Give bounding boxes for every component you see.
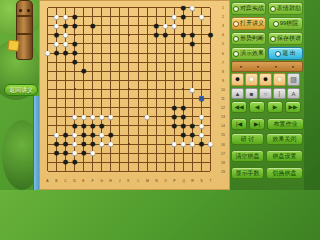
emoji-encourage-button[interactable]: 表情鼓励 [268,2,303,15]
board-cell[interactable] [115,167,124,176]
board-cell[interactable] [124,49,133,58]
board-cell[interactable] [124,103,133,112]
board-cell[interactable] [124,149,133,158]
board-cell[interactable] [70,76,79,85]
board-cell[interactable] [143,130,152,139]
board-cell[interactable] [79,76,88,85]
effect-off-button[interactable]: 效果关闭 [266,133,303,145]
seminar-button[interactable]: 研 讨 [231,133,264,145]
open-lecture-button[interactable]: 打开讲义 [231,17,266,30]
board-cell[interactable] [124,94,133,103]
board-cell[interactable] [52,85,61,94]
board-cell[interactable] [97,58,106,67]
board-cell[interactable] [206,103,215,112]
board-cell[interactable] [170,158,179,167]
board-cell[interactable] [134,67,143,76]
board-cell[interactable] [106,3,115,12]
tool-letter-button[interactable]: A [287,88,300,99]
board-cell[interactable] [143,12,152,21]
board-cell[interactable] [88,67,97,76]
board-cell[interactable] [43,12,52,21]
tray-white-stone-alt-button[interactable]: ● [273,73,286,86]
board-cell[interactable]: ● [79,67,88,76]
board-cell[interactable] [179,67,188,76]
board-cell[interactable] [206,49,215,58]
board-cell[interactable] [197,76,206,85]
board-cell[interactable] [79,158,88,167]
board-cell[interactable]: ● [152,30,161,39]
board-cell[interactable] [188,158,197,167]
board-cell[interactable] [188,67,197,76]
board-cell[interactable] [152,49,161,58]
board-cell[interactable] [43,67,52,76]
board-cell[interactable] [152,149,161,158]
board-cell[interactable] [106,12,115,21]
board-cell[interactable] [106,94,115,103]
tray-black-stone-button[interactable]: ● [231,73,244,86]
board-cell[interactable] [43,94,52,103]
board-cell[interactable] [79,49,88,58]
board-cell[interactable] [52,76,61,85]
board-cell[interactable] [170,30,179,39]
board-cell[interactable] [106,76,115,85]
board-cell[interactable] [97,85,106,94]
board-cell[interactable] [115,121,124,130]
board-cell[interactable] [115,94,124,103]
board-cell[interactable] [152,103,161,112]
board-cell[interactable] [52,58,61,67]
board-cell[interactable] [134,3,143,12]
board-cell[interactable] [88,30,97,39]
board-cell[interactable] [161,85,170,94]
board-cell[interactable] [43,149,52,158]
board-cell[interactable] [115,158,124,167]
board-cell[interactable] [152,85,161,94]
board-cell[interactable] [161,58,170,67]
board-cell[interactable] [170,76,179,85]
board-cell[interactable] [179,49,188,58]
board-cell[interactable]: ● [179,140,188,149]
board-cell[interactable] [188,149,197,158]
board-cell[interactable] [188,58,197,67]
board-cell[interactable] [52,167,61,176]
board-cell[interactable] [97,49,106,58]
board-cell[interactable]: ● [61,49,70,58]
board-cell[interactable]: ● [61,158,70,167]
board-cell[interactable]: ● [188,39,197,48]
board-cell[interactable] [124,85,133,94]
board-cell[interactable] [70,94,79,103]
nav-fast-forward-button[interactable]: ▶▶ [285,101,301,113]
board-cell[interactable] [152,140,161,149]
board-cell[interactable] [88,158,97,167]
board-cell[interactable] [197,158,206,167]
board-cell[interactable] [170,149,179,158]
tool-line-button[interactable]: 〡 [273,88,286,99]
board-cell[interactable] [88,85,97,94]
board-cell[interactable] [106,30,115,39]
board-cell[interactable]: ● [197,94,206,103]
nav-first-button[interactable]: |◀ [231,118,247,130]
board-cell[interactable] [43,3,52,12]
board-cell[interactable] [106,58,115,67]
board-cell[interactable] [61,112,70,121]
board-cell[interactable]: ● [88,149,97,158]
board-cell[interactable]: ● [70,58,79,67]
board-cell[interactable] [115,12,124,21]
board-cell[interactable] [206,85,215,94]
board-cell[interactable]: ● [52,49,61,58]
board-cell[interactable] [124,112,133,121]
switch-board-button[interactable]: 切换棋盘 [266,167,303,179]
clear-board-button[interactable]: 清空棋盘 [231,150,264,162]
board-cell[interactable] [52,103,61,112]
board-cell[interactable] [197,21,206,30]
board-cell[interactable]: ● [106,112,115,121]
board-cell[interactable] [97,12,106,21]
board-cell[interactable] [170,167,179,176]
board-cell[interactable] [79,39,88,48]
board-cell[interactable] [134,112,143,121]
board-cell[interactable] [79,30,88,39]
board-cell[interactable] [124,130,133,139]
board-cell[interactable] [52,67,61,76]
board-cell[interactable] [115,49,124,58]
board-cell[interactable] [106,158,115,167]
board-cell[interactable] [134,103,143,112]
board-cell[interactable] [70,167,79,176]
board-cell[interactable]: ● [170,21,179,30]
board-cell[interactable] [79,12,88,21]
board-cell[interactable] [43,121,52,130]
board-cell[interactable] [88,94,97,103]
board-cell[interactable] [206,39,215,48]
board-cell[interactable] [106,39,115,48]
board-cell[interactable] [43,167,52,176]
board-cell[interactable] [179,149,188,158]
board-cell[interactable] [115,39,124,48]
board-cell[interactable] [161,103,170,112]
board-cell[interactable] [152,112,161,121]
board-cell[interactable] [115,149,124,158]
board-cell[interactable] [115,3,124,12]
board-cell[interactable] [143,121,152,130]
board-cell[interactable] [88,39,97,48]
board-cell[interactable] [115,130,124,139]
board-cell[interactable] [43,158,52,167]
board-cell[interactable] [179,58,188,67]
board-cell[interactable] [143,3,152,12]
board-cell[interactable] [134,58,143,67]
board-cell[interactable] [152,67,161,76]
board-cell[interactable] [188,167,197,176]
board-cell[interactable]: ● [170,121,179,130]
board-cell[interactable] [134,39,143,48]
board-cell[interactable] [124,39,133,48]
board-cell[interactable] [161,49,170,58]
assign-homework-button[interactable]: 布置作业 [267,118,304,130]
board-grid[interactable]: ●●●●●●●●●●●●●●●●●●●●●●●●●●●●●●●●●●●●●●●●… [43,3,215,176]
board-cell[interactable] [70,85,79,94]
board-cell[interactable] [124,30,133,39]
board-cell[interactable] [124,167,133,176]
board-cell[interactable] [206,3,215,12]
board-cell[interactable] [170,49,179,58]
board-cell[interactable] [43,103,52,112]
board-cell[interactable]: ● [106,140,115,149]
board-cell[interactable] [179,39,188,48]
board-cell[interactable]: ● [52,149,61,158]
board-cell[interactable] [170,39,179,48]
board-cell[interactable] [79,3,88,12]
board-cell[interactable] [143,158,152,167]
board-cell[interactable] [43,85,52,94]
board-cell[interactable] [152,158,161,167]
board-cell[interactable] [179,85,188,94]
board-cell[interactable] [134,140,143,149]
board-cell[interactable]: ● [79,149,88,158]
board-cell[interactable] [197,67,206,76]
board-cell[interactable] [161,130,170,139]
board-cell[interactable] [43,21,52,30]
board-cell[interactable] [61,67,70,76]
board-cell[interactable] [161,67,170,76]
board-cell[interactable] [115,30,124,39]
board-cell[interactable] [88,76,97,85]
board-cell[interactable] [115,112,124,121]
board-cell[interactable] [88,167,97,176]
board-cell[interactable] [115,58,124,67]
save-kifu-button[interactable]: 保存棋谱 [268,32,303,45]
board-cell[interactable] [143,21,152,30]
board-cell[interactable] [143,58,152,67]
nav-fast-back-button[interactable]: ◀◀ [231,101,247,113]
board-cell[interactable] [134,21,143,30]
board-cell[interactable] [61,103,70,112]
board-cell[interactable] [143,94,152,103]
back-to-lecture-button[interactable]: 返回讲义 [4,84,38,96]
board-cell[interactable] [115,140,124,149]
eraser-button[interactable]: ▨ [287,73,300,86]
board-cell[interactable] [206,67,215,76]
board-cell[interactable] [97,94,106,103]
board-cell[interactable] [206,94,215,103]
board-cell[interactable] [124,121,133,130]
board-cell[interactable] [143,76,152,85]
board-cell[interactable] [152,39,161,48]
exit-button[interactable]: 退 出 [268,47,303,60]
board-cell[interactable] [161,76,170,85]
board-cell[interactable] [43,112,52,121]
board-cell[interactable] [97,30,106,39]
board-cell[interactable]: ● [70,21,79,30]
board-cell[interactable] [88,3,97,12]
board-cell[interactable] [124,140,133,149]
board-cell[interactable] [134,30,143,39]
board-cell[interactable] [161,39,170,48]
board-cell[interactable] [134,85,143,94]
board-cell[interactable] [124,21,133,30]
board-cell[interactable] [179,158,188,167]
board-cell[interactable] [143,67,152,76]
board-cell[interactable] [188,103,197,112]
board-cell[interactable] [152,3,161,12]
board-cell[interactable] [206,149,215,158]
board-cell[interactable] [197,167,206,176]
board-cell[interactable] [61,58,70,67]
board-cell[interactable] [106,149,115,158]
board-cell[interactable]: ● [188,3,197,12]
board-cell[interactable]: ● [197,12,206,21]
board-cell[interactable] [134,158,143,167]
board-cell[interactable] [143,167,152,176]
tool-square-button[interactable]: ■ [245,88,258,99]
nav-back-button[interactable]: ◀ [249,101,265,113]
board-cell[interactable] [152,130,161,139]
board-cell[interactable] [97,149,106,158]
board-cell[interactable] [115,76,124,85]
live-game-button[interactable]: 对弈实战 [231,2,266,15]
board-cell[interactable] [134,167,143,176]
board-cell[interactable] [134,94,143,103]
board-cell[interactable] [52,112,61,121]
board-cell[interactable] [161,167,170,176]
board-cell[interactable] [106,85,115,94]
board-cell[interactable] [61,76,70,85]
board-cell[interactable] [134,130,143,139]
board-cell[interactable] [43,58,52,67]
board-cell[interactable]: ● [97,140,106,149]
board-cell[interactable] [206,76,215,85]
board-cell[interactable] [161,121,170,130]
board-cell[interactable] [43,130,52,139]
demo-effect-button[interactable]: 演示效果 [231,47,266,60]
academy-99-button[interactable]: 99棋院 [268,17,303,30]
board-settings-button[interactable]: 棋盘设置 [266,150,303,162]
board-cell[interactable] [188,94,197,103]
board-cell[interactable] [115,67,124,76]
board-cell[interactable] [197,149,206,158]
board-cell[interactable] [43,76,52,85]
board-cell[interactable] [152,167,161,176]
board-cell[interactable] [152,58,161,67]
board-cell[interactable] [188,49,197,58]
nav-forward-button[interactable]: ▶ [267,101,283,113]
board-cell[interactable] [134,121,143,130]
board-cell[interactable]: ● [88,21,97,30]
board-cell[interactable] [79,94,88,103]
board-cell[interactable] [106,49,115,58]
board-cell[interactable] [206,158,215,167]
board-cell[interactable] [70,67,79,76]
board-cell[interactable] [52,158,61,167]
board-cell[interactable] [152,94,161,103]
board-cell[interactable] [79,85,88,94]
tray-black-stone-alt-button[interactable]: ● [259,73,272,86]
board-cell[interactable] [88,49,97,58]
board-cell[interactable] [197,49,206,58]
board-cell[interactable] [134,149,143,158]
board-cell[interactable]: ● [70,158,79,167]
board-cell[interactable] [206,112,215,121]
board-cell[interactable] [161,158,170,167]
board-cell[interactable] [161,140,170,149]
board-cell[interactable] [134,12,143,21]
show-move-numbers-button[interactable]: 显示手数 [231,167,264,179]
board-cell[interactable] [97,76,106,85]
board-cell[interactable] [88,58,97,67]
board-cell[interactable] [143,149,152,158]
board-cell[interactable] [170,58,179,67]
board-cell[interactable] [206,12,215,21]
board-cell[interactable] [152,121,161,130]
board-cell[interactable]: ● [143,112,152,121]
board-cell[interactable] [206,58,215,67]
board-cell[interactable]: ● [206,140,215,149]
position-judge-button[interactable]: 形势判断 [231,32,266,45]
board-cell[interactable] [43,140,52,149]
board-cell[interactable] [152,76,161,85]
move-slider[interactable] [231,61,303,72]
board-cell[interactable] [97,3,106,12]
board-cell[interactable] [115,21,124,30]
board-cell[interactable] [106,167,115,176]
board-cell[interactable] [143,85,152,94]
board-cell[interactable] [115,103,124,112]
board-cell[interactable] [115,85,124,94]
board-cell[interactable] [134,49,143,58]
board-cell[interactable] [206,167,215,176]
board-cell[interactable] [61,167,70,176]
board-cell[interactable]: ● [170,140,179,149]
board-cell[interactable] [206,121,215,130]
board-cell[interactable] [97,39,106,48]
board-cell[interactable] [97,21,106,30]
board-cell[interactable]: ● [179,30,188,39]
board-cell[interactable] [97,167,106,176]
board-cell[interactable] [161,112,170,121]
board-cell[interactable] [124,76,133,85]
tray-white-stone-button[interactable]: ● [245,73,258,86]
board-cell[interactable] [134,76,143,85]
board-cell[interactable] [179,167,188,176]
board-cell[interactable] [124,12,133,21]
board-cell[interactable] [170,85,179,94]
board-cell[interactable] [97,67,106,76]
board-cell[interactable]: ● [188,85,197,94]
board-cell[interactable] [124,158,133,167]
board-cell[interactable] [197,58,206,67]
board-cell[interactable]: ● [179,12,188,21]
board-cell[interactable]: ● [43,49,52,58]
board-cell[interactable]: ● [161,30,170,39]
tool-triangle-button[interactable]: ▲ [231,88,244,99]
board-cell[interactable]: ● [197,140,206,149]
board-cell[interactable] [106,21,115,30]
board-cell[interactable] [161,3,170,12]
board-cell[interactable] [197,39,206,48]
board-cell[interactable] [170,67,179,76]
board-cell[interactable] [52,94,61,103]
board-cell[interactable] [143,30,152,39]
tool-circle-button[interactable]: ○ [259,88,272,99]
board-cell[interactable] [143,140,152,149]
board-cell[interactable] [61,94,70,103]
board-cell[interactable] [61,85,70,94]
board-cell[interactable] [106,67,115,76]
board-cell[interactable] [79,167,88,176]
board-cell[interactable] [143,39,152,48]
